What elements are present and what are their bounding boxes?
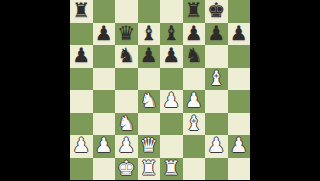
piece-white-pawn[interactable]: ♟ [230, 135, 248, 157]
square-e7[interactable]: ♝ [160, 23, 183, 46]
piece-black-bishop[interactable]: ♝ [140, 23, 158, 45]
piece-black-pawn[interactable]: ♟ [230, 23, 248, 45]
square-b1[interactable] [93, 158, 116, 181]
square-b7[interactable]: ♟ [93, 23, 116, 46]
square-e2[interactable] [160, 135, 183, 158]
piece-white-queen[interactable]: ♛ [140, 135, 158, 157]
square-c5[interactable] [115, 68, 138, 91]
piece-black-queen[interactable]: ♛ [117, 23, 135, 45]
piece-white-pawn[interactable]: ♟ [95, 135, 113, 157]
square-h7[interactable]: ♟ [228, 23, 251, 46]
square-d5[interactable] [138, 68, 161, 91]
square-a5[interactable] [70, 68, 93, 91]
square-f7[interactable]: ♟ [183, 23, 206, 46]
square-g7[interactable]: ♟ [205, 23, 228, 46]
square-a4[interactable] [70, 90, 93, 113]
piece-white-rook[interactable]: ♜ [140, 158, 158, 180]
square-d8[interactable] [138, 0, 161, 23]
square-a6[interactable]: ♟ [70, 45, 93, 68]
square-d4[interactable]: ♞ [138, 90, 161, 113]
square-d2[interactable]: ♛ [138, 135, 161, 158]
square-c2[interactable]: ♟ [115, 135, 138, 158]
square-c6[interactable]: ♞ [115, 45, 138, 68]
square-b5[interactable] [93, 68, 116, 91]
square-e5[interactable] [160, 68, 183, 91]
square-c4[interactable] [115, 90, 138, 113]
square-a1[interactable] [70, 158, 93, 181]
square-h5[interactable] [228, 68, 251, 91]
square-f4[interactable]: ♟ [183, 90, 206, 113]
square-a2[interactable]: ♟ [70, 135, 93, 158]
square-b2[interactable]: ♟ [93, 135, 116, 158]
square-g6[interactable] [205, 45, 228, 68]
square-h8[interactable] [228, 0, 251, 23]
square-f6[interactable]: ♞ [183, 45, 206, 68]
square-d1[interactable]: ♜ [138, 158, 161, 181]
piece-white-rook[interactable]: ♜ [162, 158, 180, 180]
square-g8[interactable]: ♚ [205, 0, 228, 23]
piece-black-rook[interactable]: ♜ [185, 0, 203, 22]
piece-white-knight[interactable]: ♞ [140, 90, 158, 112]
square-b6[interactable] [93, 45, 116, 68]
square-a8[interactable]: ♜ [70, 0, 93, 23]
square-f1[interactable] [183, 158, 206, 181]
square-d7[interactable]: ♝ [138, 23, 161, 46]
square-b3[interactable] [93, 113, 116, 136]
square-g1[interactable] [205, 158, 228, 181]
piece-black-knight[interactable]: ♞ [117, 45, 135, 67]
piece-black-pawn[interactable]: ♟ [95, 23, 113, 45]
square-f5[interactable] [183, 68, 206, 91]
square-b8[interactable] [93, 0, 116, 23]
square-f3[interactable]: ♝ [183, 113, 206, 136]
square-h4[interactable] [228, 90, 251, 113]
piece-white-pawn[interactable]: ♟ [185, 90, 203, 112]
piece-black-pawn[interactable]: ♟ [140, 45, 158, 67]
square-h1[interactable] [228, 158, 251, 181]
piece-black-knight[interactable]: ♞ [185, 45, 203, 67]
square-g4[interactable] [205, 90, 228, 113]
piece-black-pawn[interactable]: ♟ [185, 23, 203, 45]
piece-black-rook[interactable]: ♜ [72, 0, 90, 22]
piece-white-pawn[interactable]: ♟ [207, 135, 225, 157]
square-g3[interactable] [205, 113, 228, 136]
square-b4[interactable] [93, 90, 116, 113]
piece-white-bishop[interactable]: ♝ [185, 113, 203, 135]
square-h2[interactable]: ♟ [228, 135, 251, 158]
piece-white-pawn[interactable]: ♟ [162, 90, 180, 112]
board: ♜♜♚♟♛♝♝♟♟♟♟♞♟♟♞♝♞♟♟♞♝♟♟♟♛♟♟♚♜♜ [70, 0, 250, 180]
square-e6[interactable]: ♟ [160, 45, 183, 68]
square-h6[interactable] [228, 45, 251, 68]
square-g2[interactable]: ♟ [205, 135, 228, 158]
square-c1[interactable]: ♚ [115, 158, 138, 181]
square-a7[interactable] [70, 23, 93, 46]
piece-black-pawn[interactable]: ♟ [72, 45, 90, 67]
square-e1[interactable]: ♜ [160, 158, 183, 181]
square-d6[interactable]: ♟ [138, 45, 161, 68]
square-a3[interactable] [70, 113, 93, 136]
square-h3[interactable] [228, 113, 251, 136]
piece-black-pawn[interactable]: ♟ [207, 23, 225, 45]
piece-white-pawn[interactable]: ♟ [117, 135, 135, 157]
piece-white-pawn[interactable]: ♟ [72, 135, 90, 157]
app-background: ♜♜♚♟♛♝♝♟♟♟♟♞♟♟♞♝♞♟♟♞♝♟♟♟♛♟♟♚♜♜ [0, 0, 320, 180]
square-f2[interactable] [183, 135, 206, 158]
square-e8[interactable] [160, 0, 183, 23]
piece-black-pawn[interactable]: ♟ [162, 45, 180, 67]
piece-black-bishop[interactable]: ♝ [162, 23, 180, 45]
square-e3[interactable] [160, 113, 183, 136]
square-e4[interactable]: ♟ [160, 90, 183, 113]
square-c3[interactable]: ♞ [115, 113, 138, 136]
piece-white-king[interactable]: ♚ [117, 158, 135, 180]
piece-black-king[interactable]: ♚ [207, 0, 225, 22]
square-f8[interactable]: ♜ [183, 0, 206, 23]
piece-white-bishop[interactable]: ♝ [207, 68, 225, 90]
square-c8[interactable] [115, 0, 138, 23]
square-d3[interactable] [138, 113, 161, 136]
piece-white-knight[interactable]: ♞ [117, 113, 135, 135]
square-g5[interactable]: ♝ [205, 68, 228, 91]
square-c7[interactable]: ♛ [115, 23, 138, 46]
